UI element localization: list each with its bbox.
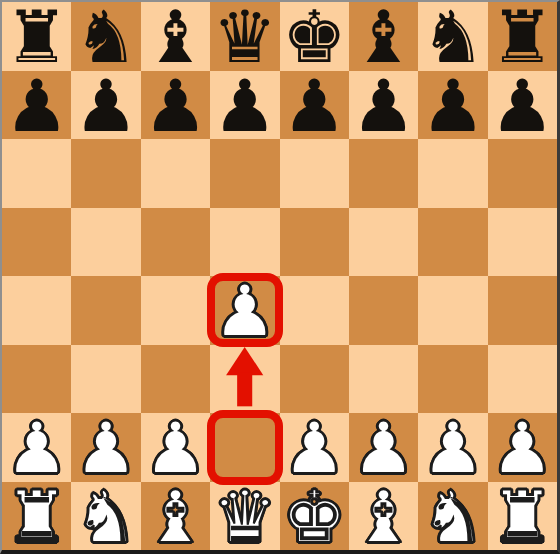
black-pawn[interactable]: ♟ xyxy=(143,72,208,140)
square-a2[interactable]: ♟ xyxy=(2,413,71,482)
square-f6[interactable] xyxy=(349,139,418,208)
black-knight[interactable]: ♞ xyxy=(74,3,139,71)
white-rook[interactable]: ♜ xyxy=(490,483,555,551)
white-pawn[interactable]: ♟ xyxy=(490,414,555,482)
square-g5[interactable] xyxy=(418,208,487,277)
square-g8[interactable]: ♞ xyxy=(418,2,487,71)
black-knight[interactable]: ♞ xyxy=(421,3,486,71)
square-g7[interactable]: ♟ xyxy=(418,71,487,140)
black-queen[interactable]: ♛ xyxy=(213,3,278,71)
square-g4[interactable] xyxy=(418,276,487,345)
square-d2[interactable] xyxy=(210,413,279,482)
white-pawn[interactable]: ♟ xyxy=(213,277,278,345)
square-c5[interactable] xyxy=(141,208,210,277)
square-h3[interactable] xyxy=(488,345,557,414)
black-king[interactable]: ♚ xyxy=(282,3,347,71)
chess-board: ♜♞♝♛♚♝♞♜♟♟♟♟♟♟♟♟♟♟♟♟♟♟♟♟♜♞♝♛♚♝♞♜ xyxy=(2,2,557,550)
square-c4[interactable] xyxy=(141,276,210,345)
white-bishop[interactable]: ♝ xyxy=(143,483,208,551)
black-pawn[interactable]: ♟ xyxy=(213,72,278,140)
square-e4[interactable] xyxy=(280,276,349,345)
square-a8[interactable]: ♜ xyxy=(2,2,71,71)
square-a4[interactable] xyxy=(2,276,71,345)
square-a1[interactable]: ♜ xyxy=(2,482,71,551)
square-d5[interactable] xyxy=(210,208,279,277)
white-bishop[interactable]: ♝ xyxy=(351,483,416,551)
white-knight[interactable]: ♞ xyxy=(421,483,486,551)
square-d3[interactable] xyxy=(210,345,279,414)
square-c3[interactable] xyxy=(141,345,210,414)
square-e8[interactable]: ♚ xyxy=(280,2,349,71)
white-pawn[interactable]: ♟ xyxy=(421,414,486,482)
square-h2[interactable]: ♟ xyxy=(488,413,557,482)
square-c2[interactable]: ♟ xyxy=(141,413,210,482)
square-e1[interactable]: ♚ xyxy=(280,482,349,551)
square-g2[interactable]: ♟ xyxy=(418,413,487,482)
black-pawn[interactable]: ♟ xyxy=(282,72,347,140)
square-h1[interactable]: ♜ xyxy=(488,482,557,551)
square-f3[interactable] xyxy=(349,345,418,414)
square-f5[interactable] xyxy=(349,208,418,277)
square-b4[interactable] xyxy=(71,276,140,345)
square-b8[interactable]: ♞ xyxy=(71,2,140,71)
black-pawn[interactable]: ♟ xyxy=(351,72,416,140)
square-h6[interactable] xyxy=(488,139,557,208)
white-knight[interactable]: ♞ xyxy=(74,483,139,551)
square-h8[interactable]: ♜ xyxy=(488,2,557,71)
square-e3[interactable] xyxy=(280,345,349,414)
square-a5[interactable] xyxy=(2,208,71,277)
black-rook[interactable]: ♜ xyxy=(490,3,555,71)
black-bishop[interactable]: ♝ xyxy=(143,3,208,71)
square-f8[interactable]: ♝ xyxy=(349,2,418,71)
white-queen[interactable]: ♛ xyxy=(213,483,278,551)
square-h4[interactable] xyxy=(488,276,557,345)
square-b7[interactable]: ♟ xyxy=(71,71,140,140)
white-king[interactable]: ♚ xyxy=(282,483,347,551)
square-f7[interactable]: ♟ xyxy=(349,71,418,140)
square-e6[interactable] xyxy=(280,139,349,208)
square-d8[interactable]: ♛ xyxy=(210,2,279,71)
square-a3[interactable] xyxy=(2,345,71,414)
white-pawn[interactable]: ♟ xyxy=(74,414,139,482)
white-rook[interactable]: ♜ xyxy=(4,483,69,551)
square-d4[interactable]: ♟ xyxy=(210,276,279,345)
white-pawn[interactable]: ♟ xyxy=(4,414,69,482)
chess-board-frame: ♜♞♝♛♚♝♞♜♟♟♟♟♟♟♟♟♟♟♟♟♟♟♟♟♜♞♝♛♚♝♞♜ xyxy=(0,0,560,554)
square-b6[interactable] xyxy=(71,139,140,208)
square-c8[interactable]: ♝ xyxy=(141,2,210,71)
square-f1[interactable]: ♝ xyxy=(349,482,418,551)
square-d7[interactable]: ♟ xyxy=(210,71,279,140)
white-pawn[interactable]: ♟ xyxy=(351,414,416,482)
square-g1[interactable]: ♞ xyxy=(418,482,487,551)
white-pawn[interactable]: ♟ xyxy=(143,414,208,482)
square-d6[interactable] xyxy=(210,139,279,208)
white-pawn[interactable]: ♟ xyxy=(282,414,347,482)
square-e5[interactable] xyxy=(280,208,349,277)
square-b3[interactable] xyxy=(71,345,140,414)
square-c1[interactable]: ♝ xyxy=(141,482,210,551)
black-pawn[interactable]: ♟ xyxy=(4,72,69,140)
square-d1[interactable]: ♛ xyxy=(210,482,279,551)
square-e2[interactable]: ♟ xyxy=(280,413,349,482)
square-a6[interactable] xyxy=(2,139,71,208)
square-g6[interactable] xyxy=(418,139,487,208)
square-h5[interactable] xyxy=(488,208,557,277)
black-pawn[interactable]: ♟ xyxy=(74,72,139,140)
square-b1[interactable]: ♞ xyxy=(71,482,140,551)
square-a7[interactable]: ♟ xyxy=(2,71,71,140)
black-pawn[interactable]: ♟ xyxy=(490,72,555,140)
square-b2[interactable]: ♟ xyxy=(71,413,140,482)
square-c6[interactable] xyxy=(141,139,210,208)
black-bishop[interactable]: ♝ xyxy=(351,3,416,71)
square-g3[interactable] xyxy=(418,345,487,414)
square-e7[interactable]: ♟ xyxy=(280,71,349,140)
square-h7[interactable]: ♟ xyxy=(488,71,557,140)
square-b5[interactable] xyxy=(71,208,140,277)
square-f4[interactable] xyxy=(349,276,418,345)
square-c7[interactable]: ♟ xyxy=(141,71,210,140)
black-pawn[interactable]: ♟ xyxy=(421,72,486,140)
black-rook[interactable]: ♜ xyxy=(4,3,69,71)
square-f2[interactable]: ♟ xyxy=(349,413,418,482)
